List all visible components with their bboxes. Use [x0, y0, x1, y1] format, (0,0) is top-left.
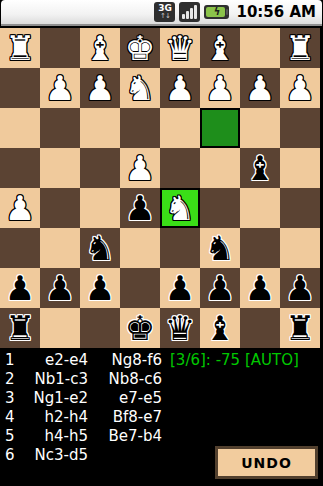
move-number: 3 — [0, 389, 28, 408]
square[interactable] — [240, 108, 280, 148]
move-row: 4h2-h4Bf8-e7 — [0, 408, 323, 427]
move-number: 2 — [0, 370, 28, 389]
black-move: e7-e5 — [88, 389, 162, 408]
square[interactable]: ♟ — [120, 148, 160, 188]
square[interactable] — [280, 108, 320, 148]
white-queen-piece[interactable]: ♛ — [165, 28, 195, 68]
signal-strength-icon — [179, 2, 200, 22]
white-pawn-piece[interactable]: ♟ — [245, 68, 275, 108]
square[interactable]: ♜ — [0, 308, 40, 348]
square[interactable] — [40, 228, 80, 268]
square[interactable] — [80, 188, 120, 228]
square[interactable]: ♝ — [80, 28, 120, 68]
square[interactable] — [240, 308, 280, 348]
square[interactable]: ♟ — [0, 188, 40, 228]
charging-bolt-icon: ϟ — [214, 7, 221, 17]
square[interactable]: ♟ — [200, 268, 240, 308]
square[interactable]: ♟ — [40, 268, 80, 308]
square[interactable]: ♝ — [200, 308, 240, 348]
square[interactable] — [80, 308, 120, 348]
square[interactable]: ♜ — [0, 28, 40, 68]
white-bishop-piece[interactable]: ♝ — [205, 28, 235, 68]
square[interactable]: ♟ — [40, 68, 80, 108]
square[interactable] — [40, 28, 80, 68]
square[interactable] — [80, 148, 120, 188]
black-pawn-piece[interactable]: ♟ — [125, 188, 155, 228]
battery-charging-icon: ϟ — [204, 5, 229, 19]
square[interactable] — [280, 228, 320, 268]
move-number: 4 — [0, 408, 28, 427]
black-knight-piece[interactable]: ♞ — [205, 228, 235, 268]
mobile-data-3g-icon: 3G ↑↓ — [154, 2, 175, 22]
white-move: h2-h4 — [28, 408, 88, 427]
white-pawn-piece[interactable]: ♟ — [285, 68, 315, 108]
square[interactable]: ♟ — [160, 268, 200, 308]
white-move: h4-h5 — [28, 427, 88, 446]
move-number: 6 — [0, 446, 28, 465]
white-king-piece[interactable]: ♚ — [125, 28, 155, 68]
square[interactable]: ♜ — [280, 308, 320, 348]
highlighted-square-c3[interactable] — [200, 108, 240, 148]
chess-app-screen: 3G ↑↓ ϟ 10:56 AM ♜♝♚♛♝♜♟♟♞♟♟♟♟♟♝♟♟♞♞♞♟♟♟… — [0, 0, 323, 486]
status-bar-clock: 10:56 AM — [236, 3, 316, 21]
white-move: Nc3-d5 — [28, 446, 88, 465]
square[interactable]: ♛ — [160, 28, 200, 68]
square[interactable]: ♟ — [160, 68, 200, 108]
move-number: 5 — [0, 427, 28, 446]
square[interactable] — [240, 188, 280, 228]
square[interactable] — [280, 148, 320, 188]
white-pawn-piece[interactable]: ♟ — [45, 68, 75, 108]
square[interactable]: ♞ — [120, 68, 160, 108]
white-rook-piece[interactable]: ♜ — [285, 28, 315, 68]
black-move — [88, 446, 162, 465]
black-move: Be7-b4 — [88, 427, 162, 446]
square[interactable] — [240, 228, 280, 268]
undo-button[interactable]: UNDO — [215, 446, 318, 479]
square[interactable] — [280, 188, 320, 228]
black-pawn-piece[interactable]: ♟ — [45, 268, 75, 308]
black-pawn-piece[interactable]: ♟ — [165, 268, 195, 308]
black-queen-piece[interactable]: ♛ — [165, 308, 195, 348]
black-pawn-piece[interactable]: ♟ — [245, 268, 275, 308]
square[interactable] — [40, 188, 80, 228]
white-pawn-piece[interactable]: ♟ — [205, 68, 235, 108]
square[interactable] — [160, 228, 200, 268]
square[interactable]: ♟ — [80, 68, 120, 108]
black-bishop-piece[interactable]: ♝ — [205, 308, 235, 348]
engine-status-text: [3/6]: -75 [AUTO] — [170, 351, 299, 370]
square[interactable]: ♞ — [80, 228, 120, 268]
square[interactable]: ♛ — [160, 308, 200, 348]
square[interactable] — [0, 68, 40, 108]
square[interactable] — [40, 148, 80, 188]
white-move: Ng1-e2 — [28, 389, 88, 408]
chess-board[interactable]: ♜♝♚♛♝♜♟♟♞♟♟♟♟♟♝♟♟♞♞♞♟♟♟♟♟♟♟♜♚♛♝♜ — [0, 28, 320, 348]
data-arrows-icon: ↑↓ — [160, 13, 170, 20]
black-knight-piece[interactable]: ♞ — [85, 228, 115, 268]
white-bishop-piece[interactable]: ♝ — [85, 28, 115, 68]
square[interactable] — [40, 108, 80, 148]
black-pawn-piece[interactable]: ♟ — [285, 268, 315, 308]
square[interactable]: ♝ — [200, 28, 240, 68]
move-row: 2Nb1-c3Nb8-c6 — [0, 370, 323, 389]
black-pawn-piece[interactable]: ♟ — [5, 268, 35, 308]
square[interactable]: ♟ — [280, 268, 320, 308]
black-pawn-piece[interactable]: ♟ — [85, 268, 115, 308]
move-row: 5h4-h5Be7-b4 — [0, 427, 323, 446]
square[interactable] — [120, 268, 160, 308]
black-move: Bf8-e7 — [88, 408, 162, 427]
status-bar: 3G ↑↓ ϟ 10:56 AM — [1, 0, 322, 26]
move-number: 1 — [0, 351, 28, 370]
white-pawn-piece[interactable]: ♟ — [125, 148, 155, 188]
square[interactable]: ♟ — [280, 68, 320, 108]
black-move: Ng8-f6 — [88, 351, 162, 370]
square[interactable]: ♜ — [280, 28, 320, 68]
square[interactable]: ♟ — [240, 68, 280, 108]
square[interactable] — [200, 188, 240, 228]
black-rook-piece[interactable]: ♜ — [5, 308, 35, 348]
square[interactable] — [40, 308, 80, 348]
move-row: 3Ng1-e2e7-e5 — [0, 389, 323, 408]
white-rook-piece[interactable]: ♜ — [5, 28, 35, 68]
square[interactable]: ♟ — [80, 268, 120, 308]
black-bishop-piece[interactable]: ♝ — [245, 148, 275, 188]
square[interactable]: ♟ — [200, 68, 240, 108]
white-move: Nb1-c3 — [28, 370, 88, 389]
square[interactable] — [120, 228, 160, 268]
square[interactable]: ♚ — [120, 28, 160, 68]
black-king-piece[interactable]: ♚ — [125, 308, 155, 348]
square[interactable] — [240, 28, 280, 68]
black-move: Nb8-c6 — [88, 370, 162, 389]
square[interactable]: ♟ — [240, 268, 280, 308]
square[interactable] — [0, 148, 40, 188]
square[interactable] — [160, 108, 200, 148]
white-knight-piece[interactable]: ♞ — [125, 68, 155, 108]
white-pawn-piece[interactable]: ♟ — [165, 68, 195, 108]
black-pawn-piece[interactable]: ♟ — [205, 268, 235, 308]
white-knight-piece[interactable]: ♞ — [165, 188, 195, 228]
highlighted-square-d5[interactable]: ♞ — [160, 188, 200, 228]
square[interactable]: ♝ — [240, 148, 280, 188]
square[interactable]: ♟ — [0, 268, 40, 308]
square[interactable] — [160, 148, 200, 188]
square[interactable] — [200, 148, 240, 188]
square[interactable]: ♟ — [120, 188, 160, 228]
white-pawn-piece[interactable]: ♟ — [5, 188, 35, 228]
square[interactable] — [0, 228, 40, 268]
square[interactable]: ♞ — [200, 228, 240, 268]
black-rook-piece[interactable]: ♜ — [285, 308, 315, 348]
square[interactable] — [0, 108, 40, 148]
square[interactable] — [80, 108, 120, 148]
square[interactable] — [120, 108, 160, 148]
white-pawn-piece[interactable]: ♟ — [85, 68, 115, 108]
square[interactable]: ♚ — [120, 308, 160, 348]
white-move: e2-e4 — [28, 351, 88, 370]
